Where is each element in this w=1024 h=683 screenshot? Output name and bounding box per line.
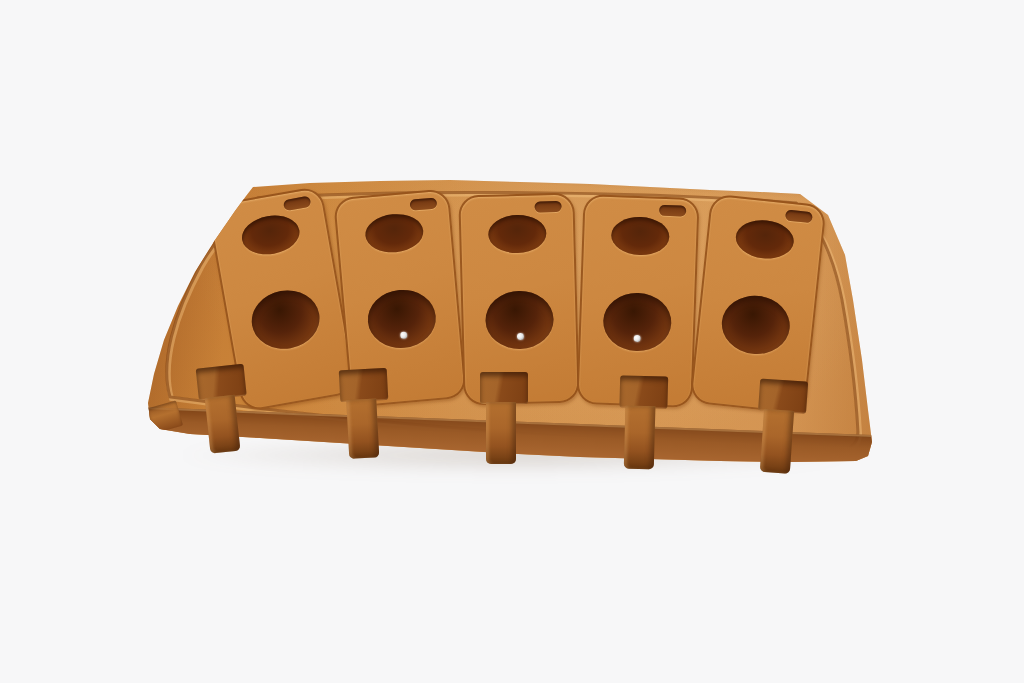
pit-row1-col3[interactable] bbox=[488, 214, 547, 254]
notch-recess bbox=[480, 372, 528, 404]
slot-marker bbox=[283, 196, 311, 212]
notch-channel bbox=[624, 406, 656, 470]
notch-recess bbox=[196, 364, 247, 401]
pit-row1-col2[interactable] bbox=[364, 212, 425, 255]
metal-glint bbox=[634, 335, 641, 342]
pit-row1-col4[interactable] bbox=[611, 216, 670, 256]
notch-recess bbox=[619, 375, 668, 408]
notch-recess bbox=[339, 368, 389, 402]
slot-marker bbox=[785, 209, 813, 223]
metal-glint bbox=[517, 333, 524, 340]
notch-channel bbox=[486, 402, 516, 464]
pit-row2-col4[interactable] bbox=[602, 292, 672, 352]
pit-row2-col2[interactable] bbox=[365, 287, 438, 351]
notch-channel bbox=[205, 395, 241, 454]
notch-channel bbox=[760, 409, 794, 474]
pit-row2-col1[interactable] bbox=[247, 285, 324, 354]
photo-stage bbox=[0, 0, 1024, 683]
notch-cutout-4 bbox=[618, 375, 668, 469]
notch-cutout-5 bbox=[754, 378, 808, 474]
mancala-board bbox=[0, 0, 1024, 683]
notch-cutout-2 bbox=[339, 368, 392, 459]
pit-row2-col5[interactable] bbox=[719, 292, 793, 357]
pit-row1-col5[interactable] bbox=[734, 217, 796, 261]
notch-cutout-3 bbox=[480, 372, 528, 464]
notch-cutout-1 bbox=[196, 364, 253, 455]
slot-marker bbox=[409, 197, 437, 210]
metal-glint bbox=[400, 331, 408, 339]
pit-row2-col3[interactable] bbox=[485, 290, 554, 350]
slot-marker bbox=[534, 201, 561, 213]
pit-row1-col1[interactable] bbox=[239, 211, 303, 258]
notch-channel bbox=[346, 398, 379, 458]
slot-marker bbox=[659, 205, 686, 217]
